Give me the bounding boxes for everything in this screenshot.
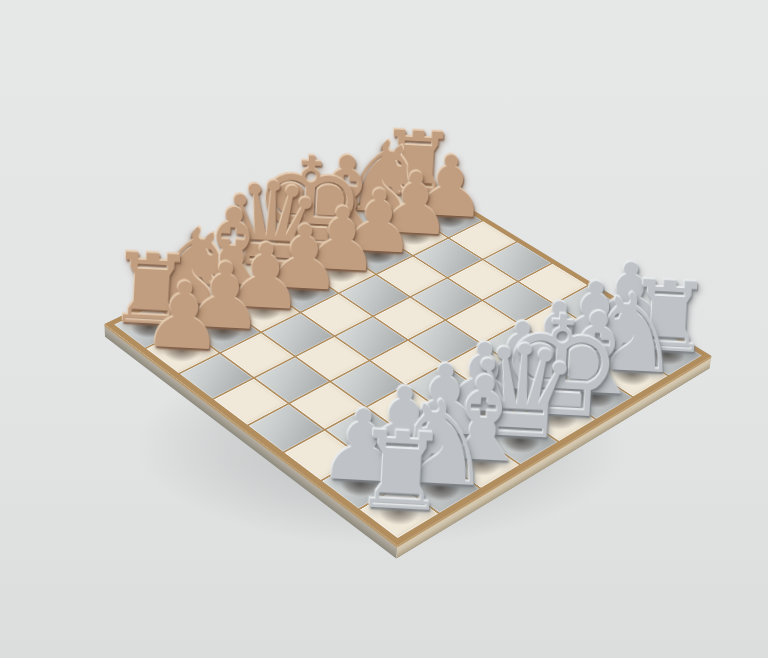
camera-tilt: ♜♞♝♛♚♝♞♜♟♟♟♟♟♟♟♟♟♟♟♟♟♟♟♟♜♞♝♛♚♝♞♜ xyxy=(0,0,768,658)
black-pawn: ♟ xyxy=(141,269,227,364)
product-photo: { "game": "chess", "position": "rnbqkbnr… xyxy=(0,0,768,658)
scene: ♜♞♝♛♚♝♞♜♟♟♟♟♟♟♟♟♟♟♟♟♟♟♟♟♜♞♝♛♚♝♞♜ xyxy=(0,0,768,658)
white-rook: ♜ xyxy=(351,416,451,527)
chessboard: ♜♞♝♛♚♝♞♜♟♟♟♟♟♟♟♟♟♟♟♟♟♟♟♟♜♞♝♛♚♝♞♜ xyxy=(104,175,711,545)
